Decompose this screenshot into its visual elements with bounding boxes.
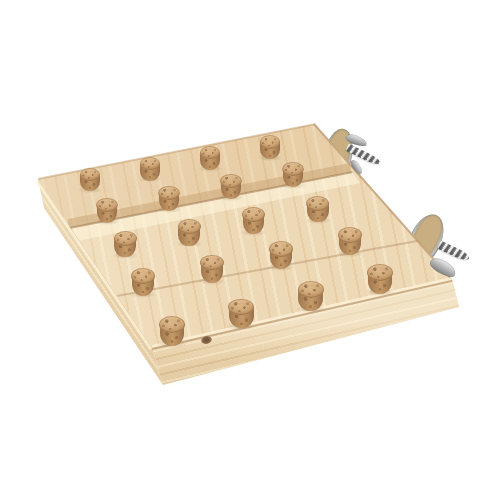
cork-peg (367, 264, 393, 294)
peg-top (114, 231, 137, 246)
peg-top (131, 268, 155, 284)
peg-top (269, 241, 293, 257)
peg-top (338, 227, 362, 243)
cork-peg (306, 196, 329, 223)
peg-top (159, 316, 185, 333)
cork-peg (131, 268, 155, 296)
cork-peg (242, 207, 265, 234)
peg-top (282, 162, 304, 176)
product-photo-scene (0, 0, 500, 500)
cork-peg (282, 162, 304, 187)
cork-peg (220, 174, 242, 199)
cork-peg (260, 135, 281, 159)
cork-peg (80, 168, 101, 192)
peg-top (306, 196, 329, 211)
peg-top (260, 135, 281, 148)
cork-peg (140, 157, 161, 181)
cork-peg (228, 299, 254, 329)
peg-top (298, 281, 324, 298)
peg-top (158, 186, 180, 200)
cork-peg (159, 316, 185, 346)
cork-peg (200, 146, 221, 170)
peg-grid (0, 0, 500, 500)
peg-top (96, 198, 118, 212)
cork-peg (158, 186, 180, 211)
cork-peg (114, 231, 137, 258)
peg-top (80, 168, 101, 181)
cork-peg (269, 241, 293, 269)
cork-peg (200, 255, 224, 283)
peg-top (220, 174, 242, 188)
cork-peg (298, 281, 324, 311)
cork-peg (96, 198, 118, 223)
cork-peg (338, 227, 362, 255)
peg-top (178, 219, 201, 234)
cork-peg (178, 219, 201, 246)
peg-top (367, 264, 393, 281)
